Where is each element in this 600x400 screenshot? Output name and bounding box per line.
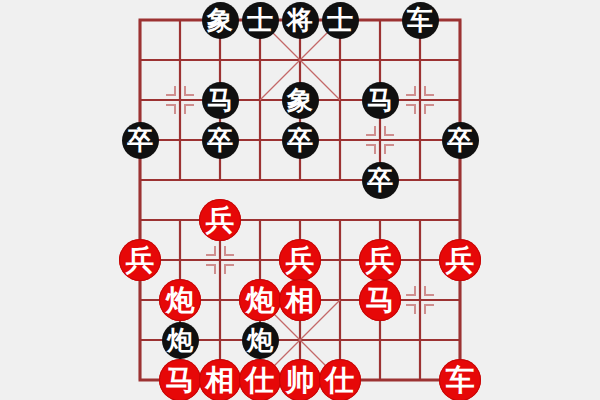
red-advisor-piece[interactable]: 仕 [319, 359, 361, 400]
black-elephant-piece[interactable]: 象 [202, 2, 239, 39]
red-soldier-piece[interactable]: 兵 [119, 239, 161, 281]
black-cannon-piece[interactable]: 炮 [162, 322, 199, 359]
black-cannon-piece[interactable]: 炮 [242, 322, 279, 359]
red-king-piece[interactable]: 帅 [279, 359, 321, 400]
black-elephant-piece[interactable]: 象 [282, 82, 319, 119]
red-soldier-piece[interactable]: 兵 [199, 199, 241, 241]
red-chariot-piece[interactable]: 车 [439, 359, 481, 400]
red-soldier-piece[interactable]: 兵 [439, 239, 481, 281]
red-advisor-piece[interactable]: 仕 [239, 359, 281, 400]
red-elephant-piece[interactable]: 相 [199, 359, 241, 400]
red-soldier-piece[interactable]: 兵 [359, 239, 401, 281]
red-cannon-piece[interactable]: 炮 [159, 279, 201, 321]
red-elephant-piece[interactable]: 相 [279, 279, 321, 321]
black-horse-piece[interactable]: 马 [362, 82, 399, 119]
black-horse-piece[interactable]: 马 [202, 82, 239, 119]
red-soldier-piece[interactable]: 兵 [279, 239, 321, 281]
red-horse-piece[interactable]: 马 [159, 359, 201, 400]
xiangqi-board: 象士将士车马象马卒卒卒卒卒兵兵兵兵兵炮炮相马炮炮马相仕帅仕车 [0, 0, 600, 400]
black-soldier-piece[interactable]: 卒 [282, 122, 319, 159]
black-advisor-piece[interactable]: 士 [322, 2, 359, 39]
black-soldier-piece[interactable]: 卒 [202, 122, 239, 159]
red-horse-piece[interactable]: 马 [359, 279, 401, 321]
black-king-piece[interactable]: 将 [282, 2, 319, 39]
piece-layer: 象士将士车马象马卒卒卒卒卒兵兵兵兵兵炮炮相马炮炮马相仕帅仕车 [120, 0, 480, 400]
black-chariot-piece[interactable]: 车 [402, 2, 439, 39]
black-advisor-piece[interactable]: 士 [242, 2, 279, 39]
black-soldier-piece[interactable]: 卒 [442, 122, 479, 159]
black-soldier-piece[interactable]: 卒 [362, 162, 399, 199]
black-soldier-piece[interactable]: 卒 [122, 122, 159, 159]
red-cannon-piece[interactable]: 炮 [239, 279, 281, 321]
